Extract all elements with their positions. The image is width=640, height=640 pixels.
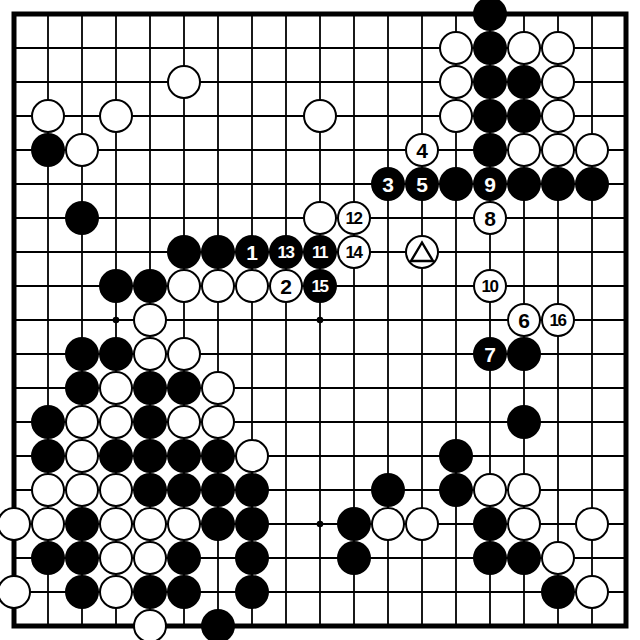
stone-white-R10: 16 xyxy=(541,303,575,337)
stone-black-P4 xyxy=(473,507,507,541)
stone-black-C9 xyxy=(65,337,99,371)
stone-white-O18 xyxy=(439,31,473,65)
stone-black-P14: 9 xyxy=(473,167,507,201)
move-number-9: 9 xyxy=(484,174,496,195)
stone-white-B4 xyxy=(31,507,65,541)
stone-black-E2 xyxy=(133,575,167,609)
stone-black-R2 xyxy=(541,575,575,609)
stone-black-Q7 xyxy=(507,405,541,439)
stone-black-N14: 5 xyxy=(405,167,439,201)
stone-black-F12 xyxy=(167,235,201,269)
stone-black-E11 xyxy=(133,269,167,303)
stone-black-G12 xyxy=(201,235,235,269)
stone-white-F9 xyxy=(167,337,201,371)
stone-white-F4 xyxy=(167,507,201,541)
stone-white-O17 xyxy=(439,65,473,99)
stone-white-E3 xyxy=(133,541,167,575)
move-number-3: 3 xyxy=(382,174,394,195)
stone-white-L13: 12 xyxy=(337,201,371,235)
stone-black-O6 xyxy=(439,439,473,473)
stone-black-P3 xyxy=(473,541,507,575)
stone-white-K13 xyxy=(303,201,337,235)
stone-black-F5 xyxy=(167,473,201,507)
stone-black-B3 xyxy=(31,541,65,575)
stone-black-O5 xyxy=(439,473,473,507)
stone-black-H5 xyxy=(235,473,269,507)
stone-black-H2 xyxy=(235,575,269,609)
move-number-6: 6 xyxy=(518,310,530,331)
stone-black-C13 xyxy=(65,201,99,235)
stone-black-E7 xyxy=(133,405,167,439)
stone-black-F6 xyxy=(167,439,201,473)
stone-white-J11: 2 xyxy=(269,269,303,303)
stone-white-P11: 10 xyxy=(473,269,507,303)
stone-black-C8 xyxy=(65,371,99,405)
stone-black-C4 xyxy=(65,507,99,541)
move-number-7: 7 xyxy=(484,344,496,365)
stone-white-Q5 xyxy=(507,473,541,507)
stone-white-P5 xyxy=(473,473,507,507)
stone-white-D5 xyxy=(99,473,133,507)
move-number-12: 12 xyxy=(346,210,362,227)
stone-white-C15 xyxy=(65,133,99,167)
stone-white-H11 xyxy=(235,269,269,303)
stone-black-H4 xyxy=(235,507,269,541)
stone-black-P18 xyxy=(473,31,507,65)
move-number-8: 8 xyxy=(484,208,496,229)
stone-black-E5 xyxy=(133,473,167,507)
stone-black-Q9 xyxy=(507,337,541,371)
stone-white-A4 xyxy=(0,507,31,541)
stone-black-C2 xyxy=(65,575,99,609)
stone-black-B15 xyxy=(31,133,65,167)
move-number-16: 16 xyxy=(550,312,566,329)
stone-black-D6 xyxy=(99,439,133,473)
stone-white-P13: 8 xyxy=(473,201,507,235)
stone-black-K12: 11 xyxy=(303,235,337,269)
stone-white-Q4 xyxy=(507,507,541,541)
stone-white-D8 xyxy=(99,371,133,405)
stone-white-R17 xyxy=(541,65,575,99)
stone-white-Q18 xyxy=(507,31,541,65)
stone-white-D16 xyxy=(99,99,133,133)
stone-white-N4 xyxy=(405,507,439,541)
stone-black-G6 xyxy=(201,439,235,473)
stone-white-C7 xyxy=(65,405,99,439)
stone-black-H3 xyxy=(235,541,269,575)
stone-black-B6 xyxy=(31,439,65,473)
move-number-14: 14 xyxy=(346,244,362,261)
stone-white-S2 xyxy=(575,575,609,609)
stone-black-P9: 7 xyxy=(473,337,507,371)
stone-white-O16 xyxy=(439,99,473,133)
stone-black-P15 xyxy=(473,133,507,167)
stone-white-A2 xyxy=(0,575,31,609)
move-number-11: 11 xyxy=(312,244,327,261)
stone-white-E9 xyxy=(133,337,167,371)
stone-black-R14 xyxy=(541,167,575,201)
stone-black-B7 xyxy=(31,405,65,439)
stone-black-L4 xyxy=(337,507,371,541)
stone-white-Q10: 6 xyxy=(507,303,541,337)
stone-black-Q16 xyxy=(507,99,541,133)
stone-white-B16 xyxy=(31,99,65,133)
stone-white-R15 xyxy=(541,133,575,167)
stone-white-Q15 xyxy=(507,133,541,167)
stone-white-R3 xyxy=(541,541,575,575)
stone-white-B5 xyxy=(31,473,65,507)
stone-black-D9 xyxy=(99,337,133,371)
stone-black-G1 xyxy=(201,609,235,640)
stone-white-M4 xyxy=(371,507,405,541)
stone-white-D4 xyxy=(99,507,133,541)
stone-white-D7 xyxy=(99,405,133,439)
stone-black-H12: 1 xyxy=(235,235,269,269)
stone-white-G8 xyxy=(201,371,235,405)
stone-black-E6 xyxy=(133,439,167,473)
stone-white-D2 xyxy=(99,575,133,609)
go-stones-layer: 43591281131114215106167 xyxy=(0,0,640,640)
stone-white-C6 xyxy=(65,439,99,473)
stone-black-Q14 xyxy=(507,167,541,201)
stone-white-G11 xyxy=(201,269,235,303)
stone-white-F11 xyxy=(167,269,201,303)
move-number-4: 4 xyxy=(416,140,428,161)
stone-white-N12 xyxy=(405,235,439,269)
move-number-13: 13 xyxy=(278,244,294,261)
stone-black-E8 xyxy=(133,371,167,405)
stone-black-P16 xyxy=(473,99,507,133)
stone-white-N15: 4 xyxy=(405,133,439,167)
stone-white-H6 xyxy=(235,439,269,473)
move-number-10: 10 xyxy=(482,278,498,295)
stone-white-F17 xyxy=(167,65,201,99)
stone-white-F7 xyxy=(167,405,201,439)
stone-black-Q17 xyxy=(507,65,541,99)
stone-black-G5 xyxy=(201,473,235,507)
stone-white-E10 xyxy=(133,303,167,337)
stone-white-G7 xyxy=(201,405,235,439)
triangle-mark xyxy=(409,240,435,264)
stone-black-M14: 3 xyxy=(371,167,405,201)
go-board: 43591281131114215106167 xyxy=(0,0,640,640)
stone-white-D3 xyxy=(99,541,133,575)
stone-black-G4 xyxy=(201,507,235,541)
stone-black-L3 xyxy=(337,541,371,575)
stone-black-F8 xyxy=(167,371,201,405)
stone-white-S15 xyxy=(575,133,609,167)
stone-black-M5 xyxy=(371,473,405,507)
stone-white-E1 xyxy=(133,609,167,640)
move-number-15: 15 xyxy=(312,278,328,295)
stone-white-S4 xyxy=(575,507,609,541)
stone-black-J12: 13 xyxy=(269,235,303,269)
stone-black-O14 xyxy=(439,167,473,201)
stone-white-R18 xyxy=(541,31,575,65)
stone-black-D11 xyxy=(99,269,133,303)
stone-black-S14 xyxy=(575,167,609,201)
stone-white-L12: 14 xyxy=(337,235,371,269)
move-number-1: 1 xyxy=(246,242,258,263)
stone-white-K16 xyxy=(303,99,337,133)
stone-black-C3 xyxy=(65,541,99,575)
stone-white-R16 xyxy=(541,99,575,133)
stone-black-Q3 xyxy=(507,541,541,575)
stone-white-C5 xyxy=(65,473,99,507)
stone-black-P17 xyxy=(473,65,507,99)
stone-black-F3 xyxy=(167,541,201,575)
stone-black-F2 xyxy=(167,575,201,609)
stone-black-P19 xyxy=(473,0,507,31)
stone-black-K11: 15 xyxy=(303,269,337,303)
stone-white-E4 xyxy=(133,507,167,541)
move-number-2: 2 xyxy=(280,276,292,297)
move-number-5: 5 xyxy=(416,174,428,195)
